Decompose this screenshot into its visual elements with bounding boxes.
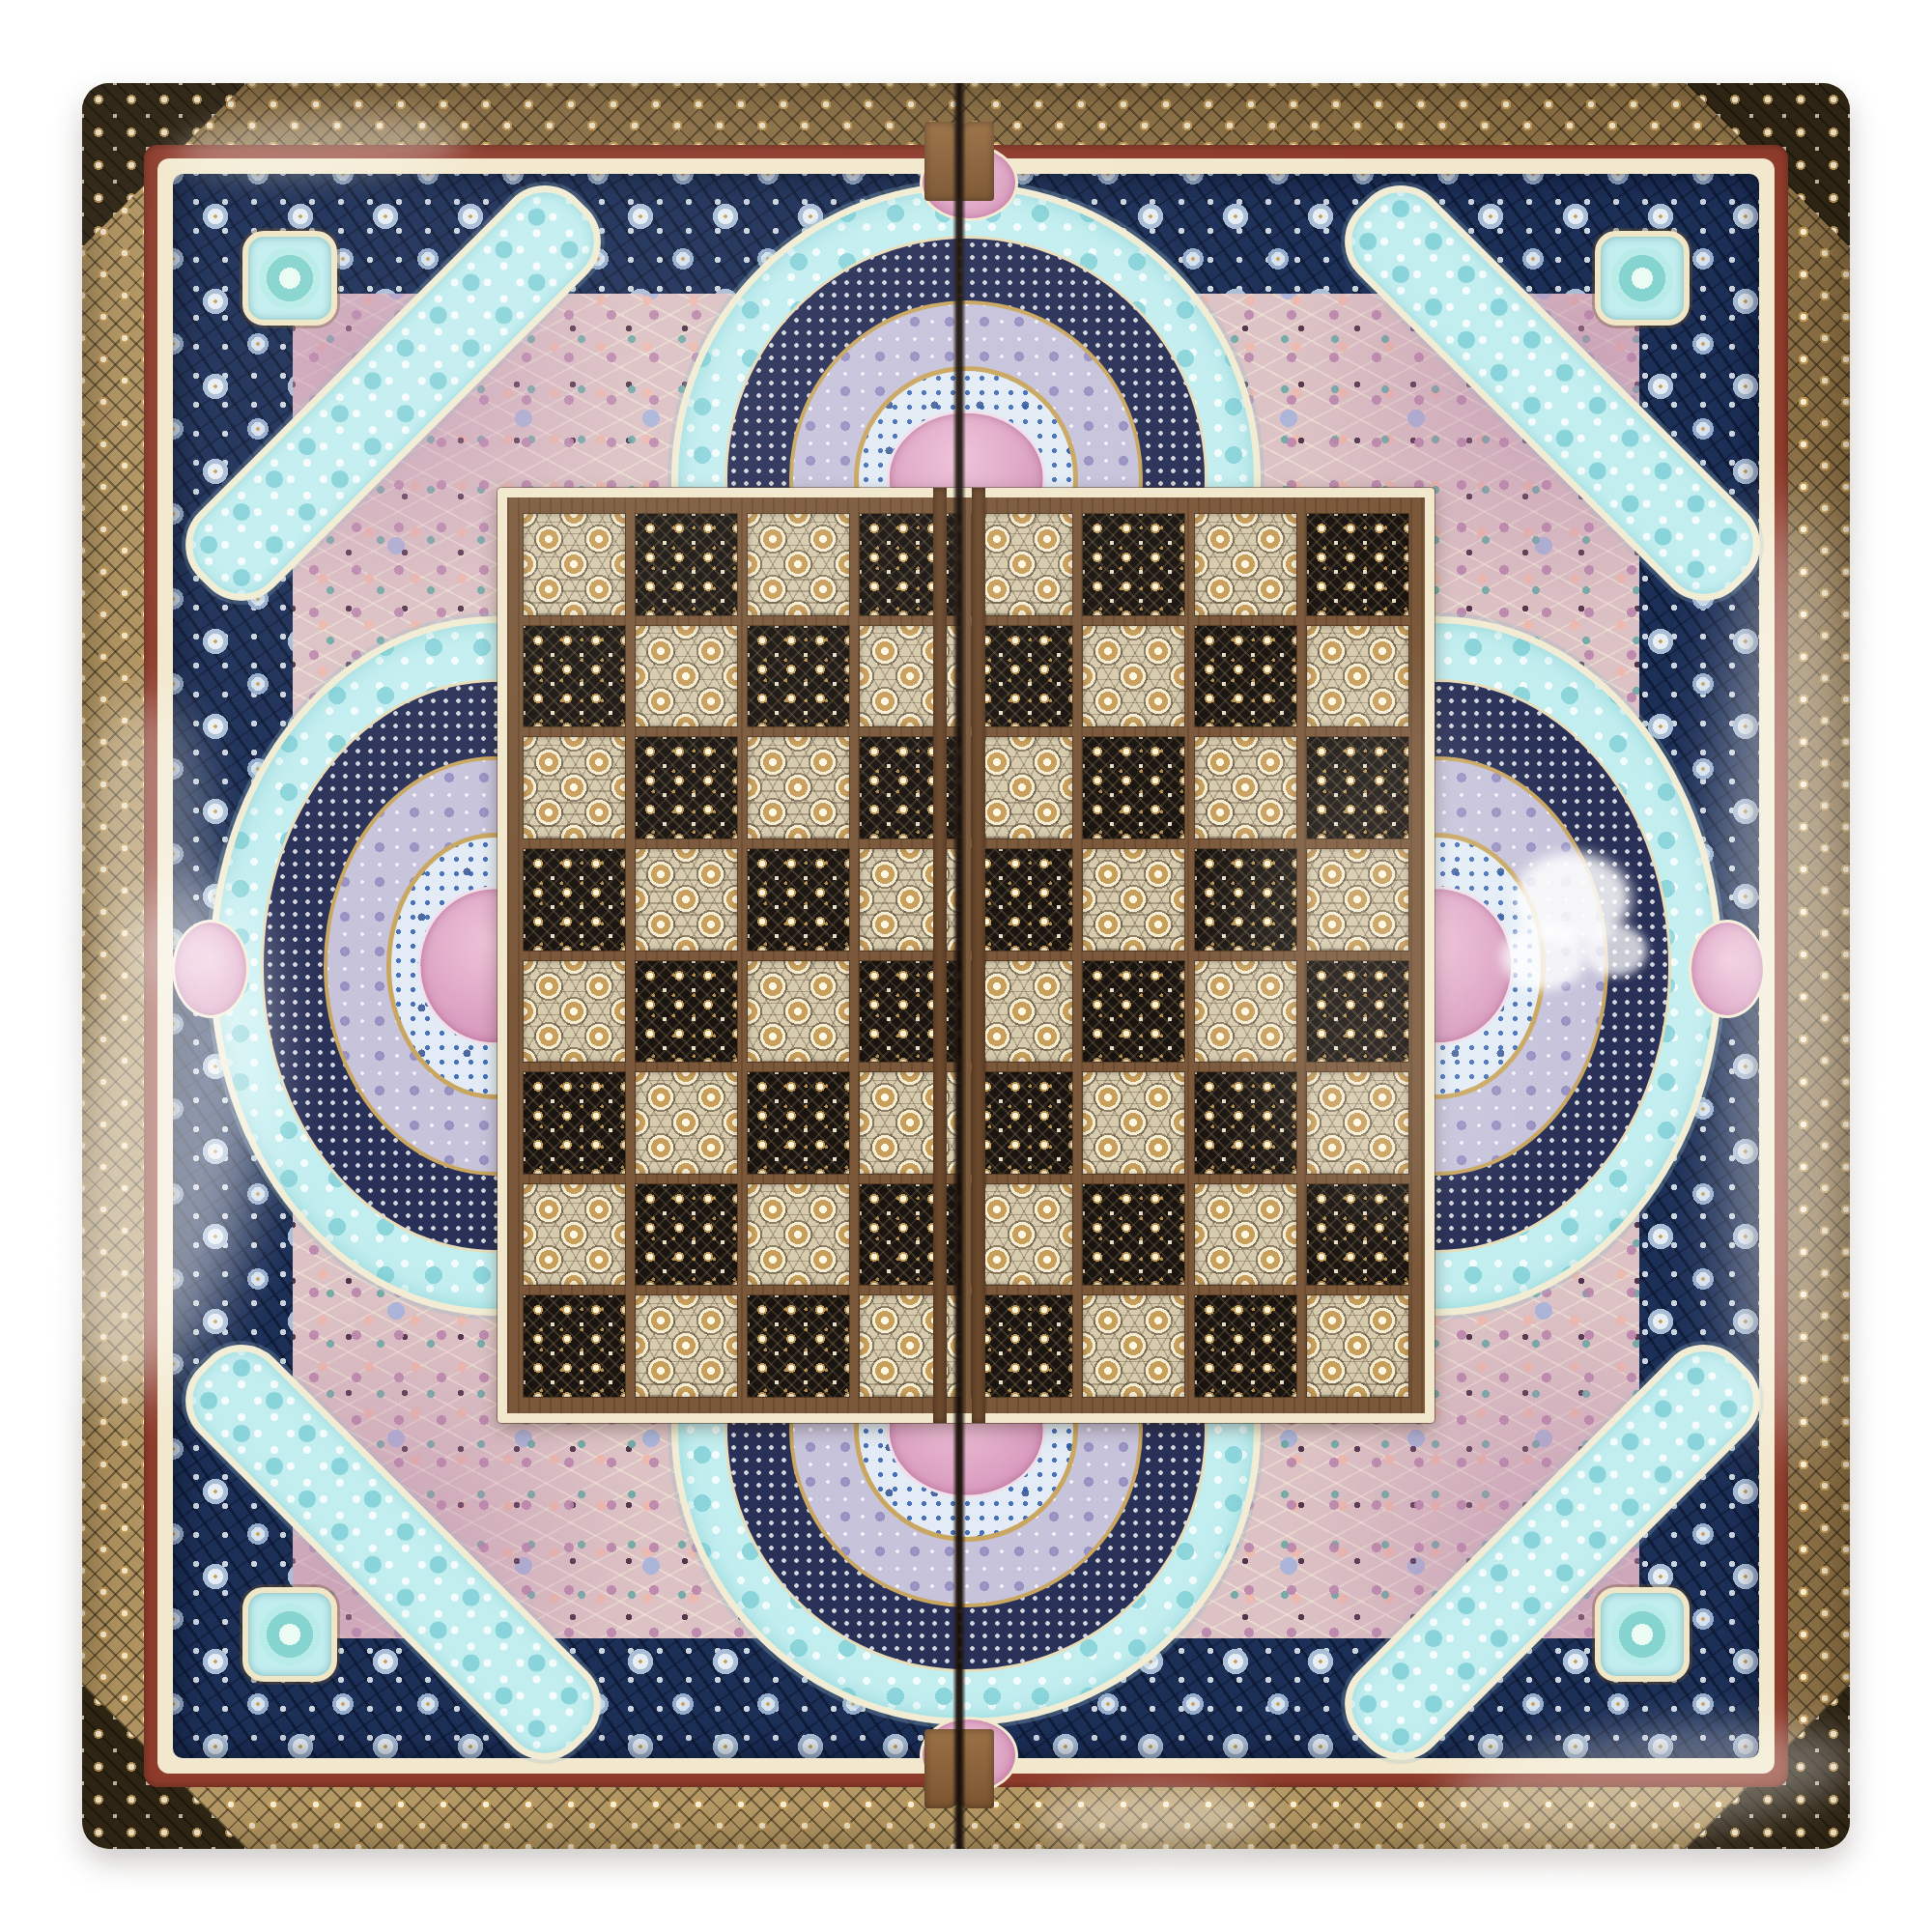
square-f3[interactable]: [1083, 1072, 1184, 1174]
square-e5[interactable]: [972, 849, 1073, 951]
hinge-wood-edge-left: [933, 488, 947, 1423]
game-board: [82, 83, 1850, 1849]
square-e2[interactable]: [972, 1184, 1073, 1286]
chessboard-grid: [524, 514, 1408, 1397]
square-b5[interactable]: [636, 849, 737, 951]
palmette-finial-left: [172, 920, 249, 1018]
square-c3[interactable]: [748, 1072, 849, 1174]
square-f5[interactable]: [1083, 849, 1184, 951]
square-a2[interactable]: [524, 1184, 625, 1286]
square-b8[interactable]: [636, 514, 737, 615]
square-h5[interactable]: [1307, 849, 1408, 951]
square-g6[interactable]: [1195, 737, 1296, 838]
square-b6[interactable]: [636, 737, 737, 838]
square-a1[interactable]: [524, 1295, 625, 1397]
square-g5[interactable]: [1195, 849, 1296, 951]
square-f7[interactable]: [1083, 626, 1184, 727]
square-a5[interactable]: [524, 849, 625, 951]
hinge-wood-edge-right: [972, 488, 985, 1423]
chessboard: [497, 488, 1435, 1423]
square-g1[interactable]: [1195, 1295, 1296, 1397]
square-e6[interactable]: [972, 737, 1073, 838]
square-h7[interactable]: [1307, 626, 1408, 727]
square-a3[interactable]: [524, 1072, 625, 1174]
square-h2[interactable]: [1307, 1184, 1408, 1286]
square-e8[interactable]: [972, 514, 1073, 615]
square-c6[interactable]: [748, 737, 849, 838]
square-g2[interactable]: [1195, 1184, 1296, 1286]
square-f8[interactable]: [1083, 514, 1184, 615]
square-g4[interactable]: [1195, 961, 1296, 1063]
square-c1[interactable]: [748, 1295, 849, 1397]
square-b1[interactable]: [636, 1295, 737, 1397]
cartouche-bottom-right: [1595, 1587, 1690, 1682]
square-b3[interactable]: [636, 1072, 737, 1174]
cartouche-top-left: [242, 231, 337, 326]
palmette-finial-right: [1689, 920, 1766, 1018]
square-g8[interactable]: [1195, 514, 1296, 615]
square-a4[interactable]: [524, 961, 625, 1063]
square-a8[interactable]: [524, 514, 625, 615]
square-a7[interactable]: [524, 626, 625, 727]
square-c5[interactable]: [748, 849, 849, 951]
square-b4[interactable]: [636, 961, 737, 1063]
square-c2[interactable]: [748, 1184, 849, 1286]
square-h8[interactable]: [1307, 514, 1408, 615]
square-g3[interactable]: [1195, 1072, 1296, 1174]
square-c7[interactable]: [748, 626, 849, 727]
hinge-seam-line: [952, 83, 966, 1849]
square-a6[interactable]: [524, 737, 625, 838]
square-e7[interactable]: [972, 626, 1073, 727]
square-g7[interactable]: [1195, 626, 1296, 727]
square-f2[interactable]: [1083, 1184, 1184, 1286]
square-h4[interactable]: [1307, 961, 1408, 1063]
square-f1[interactable]: [1083, 1295, 1184, 1397]
photo-stage: [0, 0, 1932, 1932]
square-c8[interactable]: [748, 514, 849, 615]
square-c4[interactable]: [748, 961, 849, 1063]
square-e1[interactable]: [972, 1295, 1073, 1397]
square-b2[interactable]: [636, 1184, 737, 1286]
square-f4[interactable]: [1083, 961, 1184, 1063]
square-h6[interactable]: [1307, 737, 1408, 838]
square-h3[interactable]: [1307, 1072, 1408, 1174]
cartouche-top-right: [1595, 231, 1690, 326]
square-e4[interactable]: [972, 961, 1073, 1063]
square-f6[interactable]: [1083, 737, 1184, 838]
cartouche-bottom-left: [242, 1587, 337, 1682]
square-h1[interactable]: [1307, 1295, 1408, 1397]
square-b7[interactable]: [636, 626, 737, 727]
square-e3[interactable]: [972, 1072, 1073, 1174]
